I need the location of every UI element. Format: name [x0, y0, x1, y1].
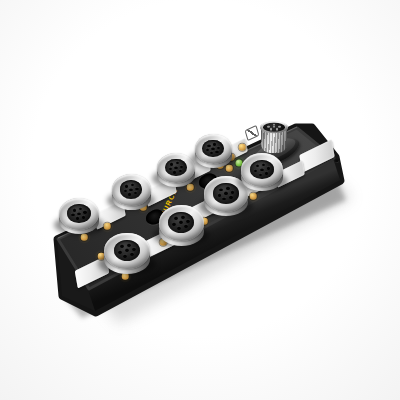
- power-pin: [267, 126, 269, 128]
- led-amber: [104, 223, 111, 230]
- port-pinhole: [259, 173, 263, 177]
- port-pinhole: [120, 244, 124, 248]
- port-pinhole: [181, 215, 185, 219]
- port-pinhole: [125, 184, 128, 187]
- port-pinhole: [73, 208, 76, 211]
- port-pinhole: [173, 170, 176, 173]
- port-pinhole: [77, 212, 80, 215]
- port-pinhole: [260, 168, 264, 172]
- port-pinhole: [229, 195, 233, 199]
- port-pinhole: [172, 222, 176, 226]
- port-pinhole: [129, 188, 132, 191]
- port-insert: [120, 180, 143, 198]
- port-pinhole: [169, 167, 172, 170]
- device-body: [0, 0, 400, 400]
- port-pinhole: [128, 192, 131, 195]
- port-pinhole: [123, 254, 127, 258]
- port-pinhole: [132, 247, 136, 251]
- port-pinhole: [207, 144, 210, 147]
- led-amber: [239, 144, 246, 151]
- port-insert: [67, 204, 90, 223]
- port-pinhole: [213, 142, 216, 145]
- port-pinhole: [79, 207, 82, 210]
- port-pinhole: [218, 193, 222, 197]
- port-insert: [165, 159, 187, 177]
- port-pinhole: [179, 169, 182, 172]
- port-pinhole: [180, 165, 183, 168]
- port-pinhole: [76, 216, 79, 219]
- port-pinhole: [177, 226, 181, 230]
- power-pin: [276, 128, 278, 130]
- port-pinhole: [219, 188, 223, 192]
- product-photo: TURCK: [0, 0, 400, 400]
- port-pinhole: [267, 166, 271, 170]
- port-pinhole: [210, 151, 213, 154]
- port-pinhole: [222, 197, 226, 201]
- port-pinhole: [174, 216, 178, 220]
- port-pinhole: [130, 252, 134, 256]
- port-pinhole: [176, 161, 179, 164]
- power-pin: [270, 128, 272, 130]
- port-pinhole: [265, 171, 269, 175]
- port-pinhole: [184, 224, 188, 228]
- port-pinhole: [179, 220, 183, 224]
- port-pinhole: [82, 215, 85, 218]
- port-pinhole: [174, 166, 177, 169]
- port-insert: [213, 183, 239, 204]
- port-pinhole: [118, 250, 122, 254]
- port-pinhole: [215, 150, 218, 153]
- port-insert: [168, 212, 194, 233]
- port-pinhole: [83, 210, 86, 213]
- port-pinhole: [262, 163, 266, 167]
- led-amber: [250, 193, 257, 200]
- port-pinhole: [186, 219, 190, 223]
- port-pinhole: [231, 190, 235, 194]
- port-pinhole: [134, 191, 137, 194]
- port-pinhole: [124, 189, 127, 192]
- port-pinhole: [217, 146, 220, 149]
- port-pinhole: [127, 243, 131, 247]
- port-pinhole: [226, 186, 230, 190]
- port-pinhole: [206, 148, 209, 151]
- port-pinhole: [170, 162, 173, 165]
- port-insert: [202, 140, 223, 157]
- port-pinhole: [131, 183, 134, 186]
- port-pinhole: [224, 191, 228, 195]
- port-pinhole: [71, 213, 74, 216]
- port-pinhole: [211, 147, 214, 150]
- power-pin: [273, 126, 275, 128]
- port-pinhole: [256, 164, 260, 168]
- port-pinhole: [135, 187, 138, 190]
- power-insert: [263, 123, 285, 132]
- power-pin: [278, 126, 280, 128]
- port-pinhole: [125, 248, 129, 252]
- port-pinhole: [254, 169, 258, 173]
